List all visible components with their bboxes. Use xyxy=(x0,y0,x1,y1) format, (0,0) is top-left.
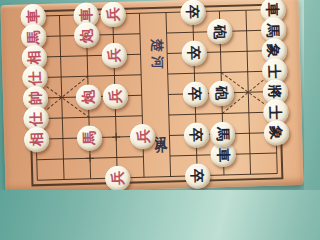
piece-red-horse-2[interactable]: 馬 xyxy=(77,125,103,151)
piece-glyph: 馬 xyxy=(216,127,230,141)
piece-glyph: 象 xyxy=(269,125,283,139)
piece-glyph: 車 xyxy=(216,147,230,161)
piece-red-soldier-5[interactable]: 兵 xyxy=(104,165,130,190)
piece-glyph: 將 xyxy=(268,84,282,98)
piece-glyph: 砲 xyxy=(213,24,227,38)
piece-glyph: 兵 xyxy=(136,129,150,143)
piece-black-soldier-1[interactable]: 卒 xyxy=(180,0,206,25)
piece-black-soldier-2[interactable]: 卒 xyxy=(181,40,207,66)
piece-red-soldier-2[interactable]: 兵 xyxy=(101,42,127,68)
piece-glyph: 砲 xyxy=(214,86,228,100)
piece-red-elephant-2[interactable]: 相 xyxy=(23,126,49,152)
piece-glyph: 兵 xyxy=(107,48,121,62)
xiangqi-board: 楚河 汉界 車馬相仕帥仕相車炮炮馬兵兵兵兵兵車馬象士將士象車砲砲馬卒卒卒卒卒 xyxy=(0,0,303,190)
piece-glyph: 卒 xyxy=(187,46,201,60)
piece-black-elephant-2[interactable]: 象 xyxy=(263,120,289,146)
piece-glyph: 兵 xyxy=(110,171,124,185)
piece-glyph: 相 xyxy=(29,132,43,146)
piece-glyph: 相 xyxy=(27,50,41,64)
river-text-chu-he: 楚河 xyxy=(141,21,167,92)
piece-glyph: 卒 xyxy=(188,87,202,101)
piece-black-soldier-3[interactable]: 卒 xyxy=(182,81,208,107)
piece-glyph: 兵 xyxy=(106,7,120,21)
piece-red-soldier-4[interactable]: 兵 xyxy=(130,123,156,149)
piece-glyph: 士 xyxy=(267,64,281,78)
piece-glyph: 炮 xyxy=(79,28,93,42)
piece-red-soldier-1[interactable]: 兵 xyxy=(100,1,126,27)
piece-glyph: 帥 xyxy=(28,91,42,105)
piece-glyph: 馬 xyxy=(82,131,96,145)
piece-glyph: 車 xyxy=(79,8,93,22)
piece-glyph: 馬 xyxy=(266,23,280,37)
photo-canvas: { "game": "xiangqi", "scene": { "descrip… xyxy=(0,0,304,190)
piece-red-cannon-2[interactable]: 炮 xyxy=(76,84,102,110)
piece-black-soldier-5[interactable]: 卒 xyxy=(184,163,210,189)
piece-glyph: 兵 xyxy=(108,89,122,103)
piece-glyph: 車 xyxy=(26,9,40,23)
piece-glyph: 象 xyxy=(267,43,281,57)
piece-red-soldier-3[interactable]: 兵 xyxy=(102,83,128,109)
piece-glyph: 仕 xyxy=(28,112,42,126)
piece-glyph: 馬 xyxy=(26,30,40,44)
piece-black-horse-2[interactable]: 馬 xyxy=(210,121,236,147)
piece-glyph: 炮 xyxy=(81,90,95,104)
piece-glyph: 士 xyxy=(268,105,282,119)
piece-glyph: 仕 xyxy=(27,71,41,85)
piece-glyph: 卒 xyxy=(190,169,204,183)
piece-glyph: 卒 xyxy=(189,128,203,142)
piece-black-soldier-4[interactable]: 卒 xyxy=(183,122,209,148)
piece-glyph: 車 xyxy=(265,2,279,16)
piece-black-cannon-2[interactable]: 砲 xyxy=(209,80,235,106)
piece-glyph: 卒 xyxy=(186,5,200,19)
